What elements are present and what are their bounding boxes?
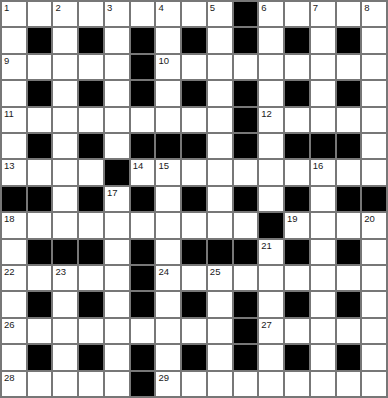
grid-cell-r11c2[interactable]: [28, 266, 52, 290]
grid-cell-r11c7[interactable]: 24: [156, 266, 180, 290]
grid-cell-r11c3[interactable]: 23: [53, 266, 77, 290]
grid-cell-r4c9[interactable]: [208, 81, 232, 105]
grid-cell-r1c7[interactable]: 4: [156, 2, 180, 26]
grid-cell-r13c1[interactable]: 26: [2, 319, 26, 343]
black-cell-r4c10: [234, 81, 258, 105]
grid-cell-r5c4[interactable]: [79, 108, 103, 132]
grid-cell-r15c5[interactable]: [105, 372, 129, 396]
clue-number: 14: [133, 160, 144, 171]
black-cell-r14c2: [28, 345, 52, 369]
clue-number: 1: [4, 2, 9, 13]
grid-cell-r4c1[interactable]: [2, 81, 26, 105]
clue-number: 24: [158, 266, 169, 277]
clue-number: 4: [158, 2, 163, 13]
black-cell-r12c4: [79, 292, 103, 316]
grid-cell-r1c5[interactable]: 3: [105, 2, 129, 26]
black-cell-r14c14: [337, 345, 361, 369]
grid-cell-r15c10[interactable]: [234, 372, 258, 396]
grid-cell-r7c9[interactable]: [208, 160, 232, 184]
black-cell-r4c12: [285, 81, 309, 105]
grid-cell-r8c11[interactable]: [259, 187, 283, 211]
grid-cell-r9c14[interactable]: [337, 213, 361, 237]
black-cell-r15c6: [131, 372, 155, 396]
grid-cell-r15c3[interactable]: [53, 372, 77, 396]
grid-cell-r13c4[interactable]: [79, 319, 103, 343]
grid-cell-r14c5[interactable]: [105, 345, 129, 369]
grid-cell-r1c8[interactable]: [182, 2, 206, 26]
grid-cell-r1c12[interactable]: [285, 2, 309, 26]
grid-cell-r1c13[interactable]: 7: [311, 2, 335, 26]
black-cell-r8c2: [28, 187, 52, 211]
grid-cell-r4c11[interactable]: [259, 81, 283, 105]
clue-number: 10: [158, 55, 169, 66]
black-cell-r8c15: [362, 187, 386, 211]
black-cell-r2c12: [285, 28, 309, 52]
black-cell-r6c7: [156, 134, 180, 158]
grid-cell-r10c13[interactable]: [311, 240, 335, 264]
grid-cell-r3c15[interactable]: [362, 55, 386, 79]
grid-cell-r13c9[interactable]: [208, 319, 232, 343]
black-cell-r2c6: [131, 28, 155, 52]
grid-cell-r15c15[interactable]: [362, 372, 386, 396]
grid-cell-r9c5[interactable]: [105, 213, 129, 237]
grid-cell-r1c14[interactable]: [337, 2, 361, 26]
grid-cell-r14c9[interactable]: [208, 345, 232, 369]
grid-cell-r10c1[interactable]: [2, 240, 26, 264]
clue-number: 27: [261, 319, 272, 330]
grid-cell-r3c1[interactable]: 9: [2, 55, 26, 79]
clue-number: 9: [4, 55, 9, 66]
black-cell-r4c14: [337, 81, 361, 105]
black-cell-r4c2: [28, 81, 52, 105]
grid-cell-r13c11[interactable]: 27: [259, 319, 283, 343]
grid-cell-r4c3[interactable]: [53, 81, 77, 105]
grid-cell-r13c5[interactable]: [105, 319, 129, 343]
clue-number: 18: [4, 213, 15, 224]
grid-cell-r9c8[interactable]: [182, 213, 206, 237]
grid-cell-r2c3[interactable]: [53, 28, 77, 52]
grid-cell-r5c3[interactable]: [53, 108, 77, 132]
black-cell-r9c11: [259, 213, 283, 237]
grid-cell-r2c9[interactable]: [208, 28, 232, 52]
grid-cell-r9c10[interactable]: [234, 213, 258, 237]
grid-cell-r5c8[interactable]: [182, 108, 206, 132]
black-cell-r14c8: [182, 345, 206, 369]
grid-cell-r9c2[interactable]: [28, 213, 52, 237]
grid-cell-r6c1[interactable]: [2, 134, 26, 158]
grid-cell-r9c12[interactable]: 19: [285, 213, 309, 237]
black-cell-r6c8: [182, 134, 206, 158]
grid-cell-r8c9[interactable]: [208, 187, 232, 211]
grid-cell-r15c9[interactable]: [208, 372, 232, 396]
grid-cell-r2c5[interactable]: [105, 28, 129, 52]
clue-number: 3: [107, 2, 112, 13]
black-cell-r6c2: [28, 134, 52, 158]
grid-cell-r3c5[interactable]: [105, 55, 129, 79]
grid-cell-r8c7[interactable]: [156, 187, 180, 211]
clue-number: 21: [261, 240, 272, 251]
grid-cell-r13c2[interactable]: [28, 319, 52, 343]
grid-cell-r6c9[interactable]: [208, 134, 232, 158]
grid-cell-r10c15[interactable]: [362, 240, 386, 264]
black-cell-r12c14: [337, 292, 361, 316]
grid-cell-r5c2[interactable]: [28, 108, 52, 132]
clue-number: 7: [313, 2, 318, 13]
grid-cell-r13c6[interactable]: [131, 319, 155, 343]
black-cell-r3c6: [131, 55, 155, 79]
black-cell-r10c8: [182, 240, 206, 264]
black-cell-r10c4: [79, 240, 103, 264]
grid-cell-r12c3[interactable]: [53, 292, 77, 316]
grid-cell-r11c12[interactable]: [285, 266, 309, 290]
black-cell-r7c5: [105, 160, 129, 184]
grid-cell-r5c12[interactable]: [285, 108, 309, 132]
black-cell-r2c4: [79, 28, 103, 52]
grid-cell-r1c1[interactable]: 1: [2, 2, 26, 26]
grid-cell-r10c5[interactable]: [105, 240, 129, 264]
grid-cell-r4c13[interactable]: [311, 81, 335, 105]
black-cell-r2c8: [182, 28, 206, 52]
grid-cell-r4c15[interactable]: [362, 81, 386, 105]
grid-cell-r3c9[interactable]: [208, 55, 232, 79]
black-cell-r6c13: [311, 134, 335, 158]
grid-cell-r5c1[interactable]: 11: [2, 108, 26, 132]
grid-cell-r3c3[interactable]: [53, 55, 77, 79]
grid-cell-r9c15[interactable]: 20: [362, 213, 386, 237]
black-cell-r8c4: [79, 187, 103, 211]
black-cell-r6c14: [337, 134, 361, 158]
black-cell-r12c2: [28, 292, 52, 316]
grid-cell-r9c7[interactable]: [156, 213, 180, 237]
grid-cell-r12c1[interactable]: [2, 292, 26, 316]
grid-cell-r12c9[interactable]: [208, 292, 232, 316]
grid-cell-r11c5[interactable]: [105, 266, 129, 290]
grid-cell-r7c13[interactable]: 16: [311, 160, 335, 184]
grid-cell-r7c1[interactable]: 13: [2, 160, 26, 184]
grid-cell-r11c13[interactable]: [311, 266, 335, 290]
black-cell-r2c2: [28, 28, 52, 52]
grid-cell-r1c15[interactable]: 8: [362, 2, 386, 26]
grid-cell-r15c11[interactable]: [259, 372, 283, 396]
grid-cell-r12c13[interactable]: [311, 292, 335, 316]
grid-cell-r12c7[interactable]: [156, 292, 180, 316]
black-cell-r13c10: [234, 319, 258, 343]
black-cell-r10c6: [131, 240, 155, 264]
grid-cell-r3c7[interactable]: 10: [156, 55, 180, 79]
grid-cell-r13c3[interactable]: [53, 319, 77, 343]
black-cell-r10c10: [234, 240, 258, 264]
clue-number: 20: [364, 213, 375, 224]
grid-cell-r7c7[interactable]: 15: [156, 160, 180, 184]
black-cell-r12c8: [182, 292, 206, 316]
grid-cell-r1c2[interactable]: [28, 2, 52, 26]
black-cell-r2c14: [337, 28, 361, 52]
grid-cell-r6c5[interactable]: [105, 134, 129, 158]
grid-cell-r13c12[interactable]: [285, 319, 309, 343]
grid-cell-r7c10[interactable]: [234, 160, 258, 184]
grid-cell-r8c3[interactable]: [53, 187, 77, 211]
grid-cell-r7c15[interactable]: [362, 160, 386, 184]
grid-cell-r14c1[interactable]: [2, 345, 26, 369]
grid-cell-r8c13[interactable]: [311, 187, 335, 211]
grid-cell-r1c11[interactable]: 6: [259, 2, 283, 26]
clue-number: 19: [287, 213, 298, 224]
grid-cell-r7c8[interactable]: [182, 160, 206, 184]
grid-cell-r2c7[interactable]: [156, 28, 180, 52]
grid-cell-r5c14[interactable]: [337, 108, 361, 132]
grid-cell-r9c3[interactable]: [53, 213, 77, 237]
black-cell-r8c8: [182, 187, 206, 211]
clue-number: 6: [261, 2, 266, 13]
grid-cell-r14c7[interactable]: [156, 345, 180, 369]
grid-cell-r12c15[interactable]: [362, 292, 386, 316]
grid-cell-r12c11[interactable]: [259, 292, 283, 316]
grid-cell-r5c6[interactable]: [131, 108, 155, 132]
black-cell-r8c14: [337, 187, 361, 211]
black-cell-r4c4: [79, 81, 103, 105]
grid-cell-r7c11[interactable]: [259, 160, 283, 184]
grid-cell-r14c3[interactable]: [53, 345, 77, 369]
black-cell-r5c10: [234, 108, 258, 132]
clue-number: 11: [4, 108, 14, 119]
clue-number: 26: [4, 319, 15, 330]
clue-number: 25: [210, 266, 221, 277]
grid-cell-r1c9[interactable]: 5: [208, 2, 232, 26]
grid-cell-r1c3[interactable]: 2: [53, 2, 77, 26]
grid-cell-r9c4[interactable]: [79, 213, 103, 237]
clue-number: 2: [55, 2, 60, 13]
black-cell-r8c10: [234, 187, 258, 211]
crossword-grid: 1234567891011121314151617181920212223242…: [0, 0, 388, 398]
black-cell-r6c10: [234, 134, 258, 158]
grid-cell-r5c5[interactable]: [105, 108, 129, 132]
grid-cell-r3c12[interactable]: [285, 55, 309, 79]
grid-cell-r13c7[interactable]: [156, 319, 180, 343]
grid-cell-r11c11[interactable]: [259, 266, 283, 290]
grid-cell-r15c2[interactable]: [28, 372, 52, 396]
grid-cell-r13c15[interactable]: [362, 319, 386, 343]
grid-cell-r11c10[interactable]: [234, 266, 258, 290]
grid-cell-r12c5[interactable]: [105, 292, 129, 316]
grid-cell-r3c2[interactable]: [28, 55, 52, 79]
black-cell-r10c12: [285, 240, 309, 264]
black-cell-r12c6: [131, 292, 155, 316]
grid-cell-r13c8[interactable]: [182, 319, 206, 343]
grid-cell-r15c7[interactable]: 29: [156, 372, 180, 396]
grid-cell-r9c1[interactable]: 18: [2, 213, 26, 237]
grid-cell-r4c7[interactable]: [156, 81, 180, 105]
grid-cell-r6c3[interactable]: [53, 134, 77, 158]
grid-cell-r14c11[interactable]: [259, 345, 283, 369]
black-cell-r6c12: [285, 134, 309, 158]
grid-cell-r6c11[interactable]: [259, 134, 283, 158]
clue-number: 17: [107, 187, 118, 198]
grid-cell-r3c8[interactable]: [182, 55, 206, 79]
black-cell-r8c12: [285, 187, 309, 211]
grid-cell-r15c13[interactable]: [311, 372, 335, 396]
clue-number: 5: [210, 2, 215, 13]
grid-cell-r2c1[interactable]: [2, 28, 26, 52]
grid-cell-r10c7[interactable]: [156, 240, 180, 264]
grid-cell-r10c11[interactable]: 21: [259, 240, 283, 264]
grid-cell-r5c9[interactable]: [208, 108, 232, 132]
grid-cell-r3c14[interactable]: [337, 55, 361, 79]
black-cell-r14c4: [79, 345, 103, 369]
grid-cell-r11c15[interactable]: [362, 266, 386, 290]
grid-cell-r3c4[interactable]: [79, 55, 103, 79]
grid-cell-r1c4[interactable]: [79, 2, 103, 26]
grid-cell-r13c13[interactable]: [311, 319, 335, 343]
grid-cell-r15c4[interactable]: [79, 372, 103, 396]
black-cell-r6c4: [79, 134, 103, 158]
grid-cell-r8c5[interactable]: 17: [105, 187, 129, 211]
grid-cell-r7c2[interactable]: [28, 160, 52, 184]
grid-cell-r7c4[interactable]: [79, 160, 103, 184]
clue-number: 23: [55, 266, 66, 277]
black-cell-r14c10: [234, 345, 258, 369]
grid-cell-r15c8[interactable]: [182, 372, 206, 396]
grid-cell-r15c12[interactable]: [285, 372, 309, 396]
black-cell-r2c10: [234, 28, 258, 52]
clue-number: 13: [4, 160, 15, 171]
grid-cell-r3c11[interactable]: [259, 55, 283, 79]
black-cell-r8c6: [131, 187, 155, 211]
grid-cell-r1c6[interactable]: [131, 2, 155, 26]
grid-cell-r9c6[interactable]: [131, 213, 155, 237]
black-cell-r14c12: [285, 345, 309, 369]
clue-number: 22: [4, 266, 15, 277]
clue-number: 28: [4, 372, 15, 383]
grid-cell-r2c15[interactable]: [362, 28, 386, 52]
grid-cell-r11c4[interactable]: [79, 266, 103, 290]
clue-number: 15: [158, 160, 169, 171]
grid-cell-r5c11[interactable]: 12: [259, 108, 283, 132]
black-cell-r4c8: [182, 81, 206, 105]
grid-cell-r9c13[interactable]: [311, 213, 335, 237]
black-cell-r10c2: [28, 240, 52, 264]
grid-cell-r11c1[interactable]: 22: [2, 266, 26, 290]
clue-number: 16: [313, 160, 324, 171]
grid-cell-r3c10[interactable]: [234, 55, 258, 79]
grid-cell-r7c12[interactable]: [285, 160, 309, 184]
grid-cell-r2c13[interactable]: [311, 28, 335, 52]
grid-cell-r3c13[interactable]: [311, 55, 335, 79]
grid-cell-r2c11[interactable]: [259, 28, 283, 52]
black-cell-r4c6: [131, 81, 155, 105]
black-cell-r10c3: [53, 240, 77, 264]
grid-cell-r11c8[interactable]: [182, 266, 206, 290]
grid-cell-r7c14[interactable]: [337, 160, 361, 184]
clue-number: 8: [364, 2, 369, 13]
grid-cell-r9c9[interactable]: [208, 213, 232, 237]
grid-cell-r4c5[interactable]: [105, 81, 129, 105]
grid-cell-r13c14[interactable]: [337, 319, 361, 343]
grid-cell-r14c15[interactable]: [362, 345, 386, 369]
black-cell-r11c6: [131, 266, 155, 290]
black-cell-r8c1: [2, 187, 26, 211]
grid-cell-r5c7[interactable]: [156, 108, 180, 132]
grid-cell-r11c9[interactable]: 25: [208, 266, 232, 290]
grid-cell-r15c1[interactable]: 28: [2, 372, 26, 396]
black-cell-r6c6: [131, 134, 155, 158]
black-cell-r10c9: [208, 240, 232, 264]
black-cell-r14c6: [131, 345, 155, 369]
black-cell-r12c12: [285, 292, 309, 316]
black-cell-r12c10: [234, 292, 258, 316]
grid-cell-r15c14[interactable]: [337, 372, 361, 396]
clue-number: 12: [261, 108, 272, 119]
grid-cell-r11c14[interactable]: [337, 266, 361, 290]
grid-cell-r7c6[interactable]: 14: [131, 160, 155, 184]
grid-cell-r5c13[interactable]: [311, 108, 335, 132]
clue-number: 29: [158, 372, 169, 383]
black-cell-r10c14: [337, 240, 361, 264]
grid-cell-r7c3[interactable]: [53, 160, 77, 184]
grid-cell-r6c15[interactable]: [362, 134, 386, 158]
grid-cell-r14c13[interactable]: [311, 345, 335, 369]
grid-cell-r5c15[interactable]: [362, 108, 386, 132]
black-cell-r1c10: [234, 2, 258, 26]
